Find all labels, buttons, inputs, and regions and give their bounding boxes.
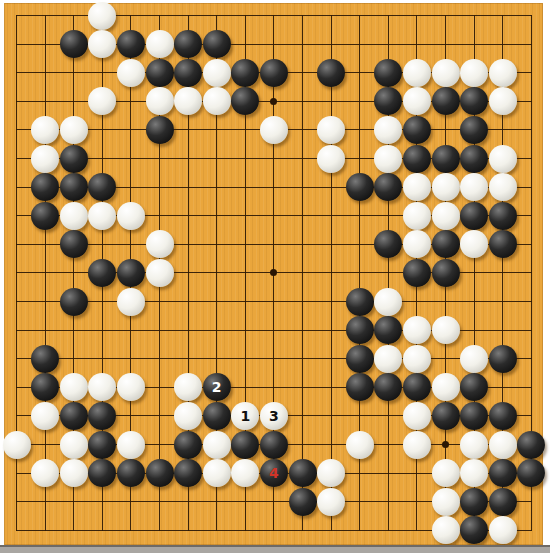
white-stone bbox=[317, 459, 345, 487]
black-stone bbox=[88, 402, 116, 430]
white-stone bbox=[88, 2, 116, 30]
white-stone bbox=[374, 288, 402, 316]
white-stone bbox=[146, 30, 174, 58]
white-stone bbox=[403, 230, 431, 258]
black-stone bbox=[460, 402, 488, 430]
white-stone bbox=[60, 116, 88, 144]
white-stone bbox=[460, 173, 488, 201]
black-stone bbox=[346, 373, 374, 401]
black-stone bbox=[174, 30, 202, 58]
white-stone bbox=[317, 145, 345, 173]
black-stone bbox=[260, 59, 288, 87]
white-stone bbox=[317, 488, 345, 516]
white-stone: 1 bbox=[231, 402, 259, 430]
white-stone bbox=[60, 459, 88, 487]
black-stone bbox=[346, 316, 374, 344]
white-stone bbox=[432, 59, 460, 87]
move-number-label: 3 bbox=[269, 409, 279, 423]
black-stone bbox=[289, 488, 317, 516]
white-stone bbox=[489, 59, 517, 87]
black-stone bbox=[374, 59, 402, 87]
white-stone bbox=[146, 87, 174, 115]
black-stone bbox=[489, 202, 517, 230]
white-stone bbox=[374, 345, 402, 373]
go-board[interactable]: 2134 bbox=[4, 3, 543, 545]
white-stone bbox=[489, 173, 517, 201]
black-stone bbox=[60, 173, 88, 201]
white-stone bbox=[403, 87, 431, 115]
white-stone: 3 bbox=[260, 402, 288, 430]
black-stone: 4 bbox=[260, 459, 288, 487]
white-stone bbox=[117, 288, 145, 316]
white-stone bbox=[374, 145, 402, 173]
black-stone bbox=[60, 288, 88, 316]
black-stone bbox=[346, 173, 374, 201]
white-stone bbox=[31, 402, 59, 430]
white-stone bbox=[403, 316, 431, 344]
white-stone bbox=[31, 145, 59, 173]
black-stone bbox=[88, 431, 116, 459]
black-stone bbox=[460, 145, 488, 173]
white-stone bbox=[60, 373, 88, 401]
move-number-label: 4 bbox=[269, 466, 279, 480]
go-game-screenshot: 2134 bbox=[0, 0, 550, 553]
black-stone bbox=[203, 30, 231, 58]
white-stone bbox=[146, 259, 174, 287]
black-stone bbox=[403, 116, 431, 144]
black-stone bbox=[31, 202, 59, 230]
white-stone bbox=[432, 373, 460, 401]
black-stone bbox=[117, 30, 145, 58]
black-stone bbox=[460, 516, 488, 544]
black-stone bbox=[117, 459, 145, 487]
white-stone bbox=[403, 202, 431, 230]
black-stone bbox=[60, 145, 88, 173]
white-stone bbox=[117, 59, 145, 87]
white-stone bbox=[317, 116, 345, 144]
black-stone bbox=[174, 431, 202, 459]
black-stone bbox=[489, 402, 517, 430]
black-stone bbox=[403, 145, 431, 173]
white-stone bbox=[489, 516, 517, 544]
black-stone bbox=[60, 30, 88, 58]
black-stone bbox=[60, 402, 88, 430]
white-stone bbox=[489, 87, 517, 115]
black-stone bbox=[346, 345, 374, 373]
white-stone bbox=[460, 59, 488, 87]
black-stone bbox=[403, 373, 431, 401]
white-stone bbox=[403, 402, 431, 430]
white-stone bbox=[403, 431, 431, 459]
white-stone bbox=[117, 431, 145, 459]
black-stone bbox=[174, 59, 202, 87]
white-stone bbox=[403, 173, 431, 201]
white-stone bbox=[432, 316, 460, 344]
white-stone bbox=[117, 202, 145, 230]
black-stone bbox=[489, 345, 517, 373]
black-stone bbox=[260, 431, 288, 459]
white-stone bbox=[31, 459, 59, 487]
black-stone bbox=[489, 230, 517, 258]
black-stone bbox=[432, 145, 460, 173]
white-stone bbox=[346, 431, 374, 459]
white-stone bbox=[203, 87, 231, 115]
black-stone bbox=[88, 259, 116, 287]
black-stone bbox=[317, 59, 345, 87]
black-stone bbox=[432, 230, 460, 258]
black-stone bbox=[460, 202, 488, 230]
white-stone bbox=[117, 373, 145, 401]
white-stone bbox=[203, 431, 231, 459]
white-stone bbox=[88, 202, 116, 230]
white-stone bbox=[460, 459, 488, 487]
black-stone bbox=[489, 488, 517, 516]
black-stone bbox=[460, 488, 488, 516]
white-stone bbox=[374, 116, 402, 144]
bottom-edge-shadow bbox=[0, 545, 550, 553]
white-stone bbox=[432, 459, 460, 487]
white-stone bbox=[432, 173, 460, 201]
black-stone bbox=[203, 402, 231, 430]
white-stone bbox=[60, 431, 88, 459]
black-stone bbox=[346, 288, 374, 316]
black-stone bbox=[31, 173, 59, 201]
black-stone bbox=[432, 259, 460, 287]
move-number-label: 1 bbox=[240, 409, 250, 423]
white-stone bbox=[146, 230, 174, 258]
black-stone bbox=[403, 259, 431, 287]
white-stone bbox=[260, 116, 288, 144]
star-point bbox=[442, 441, 449, 448]
black-stone bbox=[174, 459, 202, 487]
black-stone bbox=[489, 459, 517, 487]
white-stone bbox=[460, 431, 488, 459]
black-stone bbox=[289, 459, 317, 487]
black-stone bbox=[517, 431, 545, 459]
black-stone: 2 bbox=[203, 373, 231, 401]
white-stone bbox=[60, 202, 88, 230]
black-stone bbox=[146, 459, 174, 487]
black-stone bbox=[146, 59, 174, 87]
white-stone bbox=[203, 59, 231, 87]
black-stone bbox=[517, 459, 545, 487]
black-stone bbox=[432, 402, 460, 430]
white-stone bbox=[432, 488, 460, 516]
black-stone bbox=[60, 230, 88, 258]
move-number-label: 2 bbox=[212, 380, 222, 394]
white-stone bbox=[31, 116, 59, 144]
white-stone bbox=[203, 459, 231, 487]
white-stone bbox=[489, 145, 517, 173]
black-stone bbox=[432, 87, 460, 115]
black-stone bbox=[146, 116, 174, 144]
black-stone bbox=[231, 59, 259, 87]
black-stone bbox=[117, 259, 145, 287]
white-stone bbox=[403, 345, 431, 373]
white-stone bbox=[403, 59, 431, 87]
black-stone bbox=[31, 345, 59, 373]
white-stone bbox=[432, 202, 460, 230]
white-stone bbox=[432, 516, 460, 544]
white-stone bbox=[489, 431, 517, 459]
white-stone bbox=[3, 431, 31, 459]
black-stone bbox=[231, 431, 259, 459]
black-stone bbox=[460, 116, 488, 144]
white-stone bbox=[460, 345, 488, 373]
white-stone bbox=[174, 402, 202, 430]
